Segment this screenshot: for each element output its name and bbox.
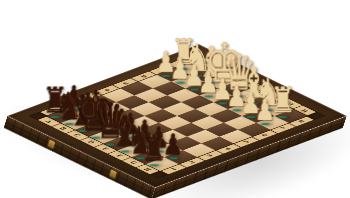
brass-latch [109, 170, 116, 179]
black-rook: ♜ [141, 131, 166, 166]
white-pawn: ♟ [254, 96, 275, 125]
chess-set-photo: ♜♞♝♚♛♝♞♜♟♟♟♟♟♟♟♟♟♟♟♟♟♟♟♟♜♞♝♚♛♝♞♜ ABCDEFG… [0, 0, 350, 198]
brass-latch [47, 140, 54, 149]
pawn-glyph: ♟ [254, 96, 275, 125]
rook-glyph: ♜ [141, 131, 166, 166]
